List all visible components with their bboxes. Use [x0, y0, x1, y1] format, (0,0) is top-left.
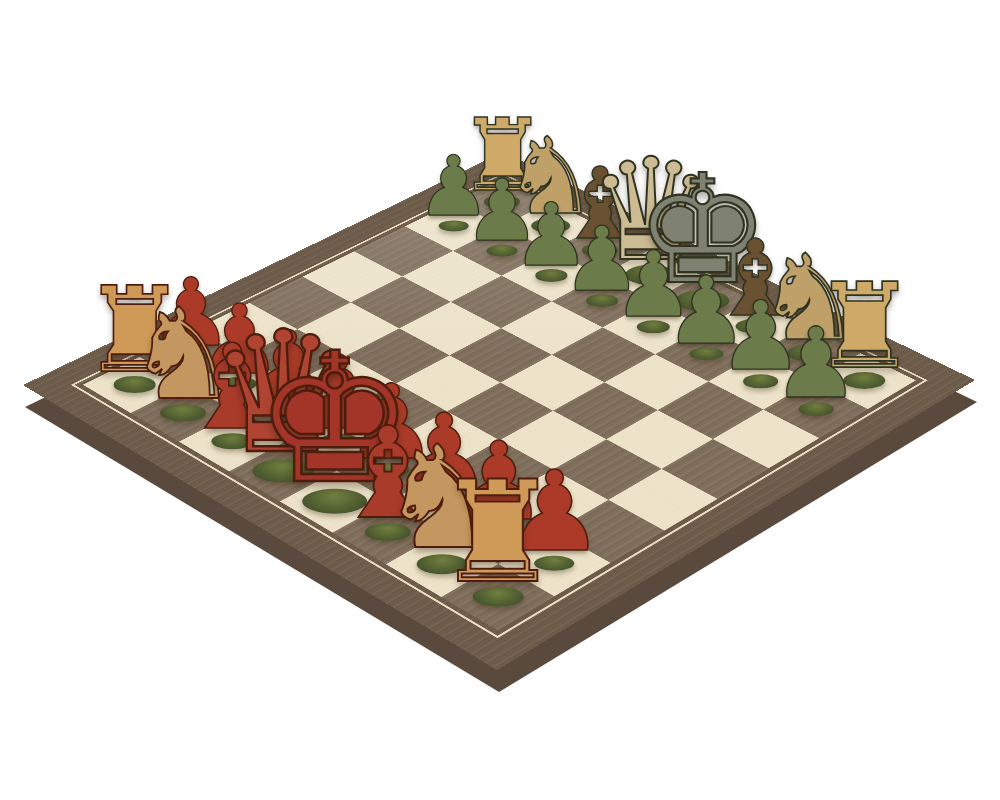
red-rook-glyph: ♜: [435, 467, 561, 596]
piece-green-pawn[interactable]: ♟: [772, 319, 860, 409]
green-pawn-glyph: ♟: [772, 319, 860, 409]
product-photo-scene: ♜♞♝♛♚♝♞♜♟♟♟♟♟♟♟♟♟♟♟♟♟♟♟♟♜♞♝♛♚♝♞♜: [0, 0, 1000, 800]
piece-red-rook[interactable]: ♜: [435, 467, 561, 596]
